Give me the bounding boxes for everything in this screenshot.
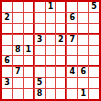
cell-r1c1[interactable] <box>2 2 12 12</box>
cell-r5c9[interactable] <box>89 46 99 56</box>
cell-r4c2[interactable] <box>13 35 23 45</box>
cell-r6c5[interactable] <box>46 56 56 66</box>
cell-r6c2[interactable] <box>13 56 23 66</box>
cell-r4c8[interactable] <box>78 35 88 45</box>
cell-r3c3[interactable] <box>24 24 34 34</box>
cell-r3c9[interactable] <box>89 24 99 34</box>
cell-r1c8[interactable] <box>78 2 88 12</box>
cell-r1c3[interactable] <box>24 2 34 12</box>
cell-r2c9[interactable] <box>89 13 99 23</box>
cell-r2c4[interactable] <box>35 13 45 23</box>
cell-r7c9[interactable] <box>89 67 99 77</box>
cell-r1c9: 5 <box>89 2 99 12</box>
cell-r8c9[interactable] <box>89 78 99 88</box>
cell-r3c6[interactable] <box>56 24 66 34</box>
cell-r3c5[interactable] <box>46 24 56 34</box>
cell-r4c9[interactable] <box>89 35 99 45</box>
cell-r8c2[interactable] <box>13 78 23 88</box>
cell-r8c5[interactable] <box>46 78 56 88</box>
cell-r5c3: 1 <box>24 46 34 56</box>
cell-r5c6[interactable] <box>56 46 66 56</box>
cell-r1c6[interactable] <box>56 2 66 12</box>
cell-r1c2[interactable] <box>13 2 23 12</box>
cell-r7c6[interactable] <box>56 67 66 77</box>
cell-r9c2[interactable] <box>13 89 23 99</box>
cell-r2c5[interactable] <box>46 13 56 23</box>
cell-r3c8[interactable] <box>78 24 88 34</box>
cell-r4c7: 7 <box>67 35 77 45</box>
cell-r4c4: 3 <box>35 35 45 45</box>
cell-r4c3[interactable] <box>24 35 34 45</box>
cell-r1c5: 1 <box>46 2 56 12</box>
cell-r9c1[interactable] <box>2 89 12 99</box>
cell-r5c4[interactable] <box>35 46 45 56</box>
cell-r2c8[interactable] <box>78 13 88 23</box>
cell-r2c1: 2 <box>2 13 12 23</box>
cell-r8c6[interactable] <box>56 78 66 88</box>
cell-r4c5[interactable] <box>46 35 56 45</box>
cell-r5c5[interactable] <box>46 46 56 56</box>
cell-r7c2: 7 <box>13 67 23 77</box>
cell-r7c4[interactable] <box>35 67 45 77</box>
cell-r7c5[interactable] <box>46 67 56 77</box>
cell-r7c8: 6 <box>78 67 88 77</box>
cell-r3c1[interactable] <box>2 24 12 34</box>
cell-r6c8[interactable] <box>78 56 88 66</box>
cell-r1c4[interactable] <box>35 2 45 12</box>
cell-r2c2[interactable] <box>13 13 23 23</box>
cell-r9c5[interactable] <box>46 89 56 99</box>
cell-r8c3[interactable] <box>24 78 34 88</box>
cell-r2c3[interactable] <box>24 13 34 23</box>
cell-r1c7[interactable] <box>67 2 77 12</box>
cell-r8c8[interactable] <box>78 78 88 88</box>
cell-r5c8[interactable] <box>78 46 88 56</box>
cell-r9c9[interactable] <box>89 89 99 99</box>
cell-r9c3[interactable] <box>24 89 34 99</box>
cell-r3c2[interactable] <box>13 24 23 34</box>
cell-r9c4: 8 <box>35 89 45 99</box>
cell-r9c8: 1 <box>78 89 88 99</box>
cell-r6c9[interactable] <box>89 56 99 66</box>
cell-r6c3[interactable] <box>24 56 34 66</box>
cell-r8c7[interactable] <box>67 78 77 88</box>
cell-r7c1[interactable] <box>2 67 12 77</box>
cell-r4c6: 2 <box>56 35 66 45</box>
cell-r6c4[interactable] <box>35 56 45 66</box>
cell-r5c1[interactable] <box>2 46 12 56</box>
cell-r3c7[interactable] <box>67 24 77 34</box>
cell-r6c6[interactable] <box>56 56 66 66</box>
cell-r2c6[interactable] <box>56 13 66 23</box>
sudoku-board: 15263278167463581 <box>0 0 101 101</box>
cell-r7c3[interactable] <box>24 67 34 77</box>
cell-r2c7: 6 <box>67 13 77 23</box>
cell-r9c7[interactable] <box>67 89 77 99</box>
cell-r3c4[interactable] <box>35 24 45 34</box>
cell-r8c1: 3 <box>2 78 12 88</box>
cell-r8c4: 5 <box>35 78 45 88</box>
cell-r5c7[interactable] <box>67 46 77 56</box>
cell-r4c1[interactable] <box>2 35 12 45</box>
cell-r7c7: 4 <box>67 67 77 77</box>
cell-r5c2: 8 <box>13 46 23 56</box>
cell-r9c6[interactable] <box>56 89 66 99</box>
cell-r6c1: 6 <box>2 56 12 66</box>
cell-r6c7[interactable] <box>67 56 77 66</box>
